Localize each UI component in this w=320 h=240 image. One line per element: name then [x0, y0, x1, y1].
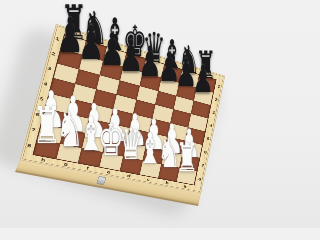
piece-white-rook[interactable]: ♜ [33, 99, 62, 150]
chess-set-photo: 1122334455667788hhggffeeddccbbaa ♜♞♝♛♚♝♞… [0, 0, 228, 228]
piece-black-pawn[interactable]: ♟ [57, 12, 85, 60]
box-latch-icon [96, 176, 106, 185]
